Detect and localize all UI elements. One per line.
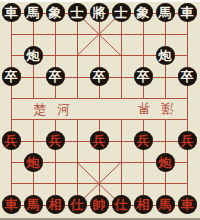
bottom-edge-strip <box>0 218 200 220</box>
board-point-i10[interactable]: 車 <box>176 2 198 23</box>
piece-bC[interactable]: 炮 <box>24 46 43 65</box>
board-point-d5[interactable] <box>66 109 88 130</box>
board-point-a3[interactable] <box>0 152 22 173</box>
board-point-g8[interactable] <box>132 45 154 66</box>
board-point-f2[interactable] <box>110 173 132 194</box>
piece-rC[interactable]: 炮 <box>156 153 175 172</box>
board-point-h8[interactable]: 炮 <box>154 45 176 66</box>
piece-bK[interactable]: 將 <box>90 3 109 22</box>
board-point-f3[interactable] <box>110 152 132 173</box>
board-point-b7[interactable] <box>22 66 44 87</box>
board-point-d2[interactable] <box>66 173 88 194</box>
piece-rB[interactable]: 相 <box>134 195 153 214</box>
board-point-a5[interactable] <box>0 109 22 130</box>
board-point-h6[interactable] <box>154 88 176 109</box>
piece-bP[interactable]: 卒 <box>46 67 65 86</box>
board-point-a2[interactable] <box>0 173 22 194</box>
board-point-f4[interactable] <box>110 130 132 151</box>
piece-rN[interactable]: 馬 <box>24 195 43 214</box>
board-point-c1[interactable]: 相 <box>44 194 66 215</box>
piece-bN[interactable]: 馬 <box>24 3 43 22</box>
board-point-e7[interactable]: 卒 <box>88 66 110 87</box>
piece-rP[interactable]: 兵 <box>2 131 21 150</box>
board-point-f9[interactable] <box>110 24 132 45</box>
board-point-g4[interactable]: 兵 <box>132 130 154 151</box>
piece-bR[interactable]: 車 <box>178 3 197 22</box>
board-point-e4[interactable]: 兵 <box>88 130 110 151</box>
piece-rP[interactable]: 兵 <box>90 131 109 150</box>
board-point-f8[interactable] <box>110 45 132 66</box>
board-point-d6[interactable] <box>66 88 88 109</box>
board-point-i2[interactable] <box>176 173 198 194</box>
board-point-i4[interactable]: 兵 <box>176 130 198 151</box>
piece-bP[interactable]: 卒 <box>134 67 153 86</box>
piece-bP[interactable]: 卒 <box>2 67 21 86</box>
board-point-d1[interactable]: 仕 <box>66 194 88 215</box>
board-point-h4[interactable] <box>154 130 176 151</box>
board-point-e9[interactable] <box>88 24 110 45</box>
piece-rP[interactable]: 兵 <box>134 131 153 150</box>
board-point-d10[interactable]: 士 <box>66 2 88 23</box>
board-point-c5[interactable] <box>44 109 66 130</box>
board-point-g9[interactable] <box>132 24 154 45</box>
piece-bB[interactable]: 象 <box>134 3 153 22</box>
board-point-i8[interactable] <box>176 45 198 66</box>
board-point-a4[interactable]: 兵 <box>0 130 22 151</box>
board-point-h10[interactable]: 馬 <box>154 2 176 23</box>
board-point-h5[interactable] <box>154 109 176 130</box>
board-point-h7[interactable] <box>154 66 176 87</box>
board-point-i9[interactable] <box>176 24 198 45</box>
board-point-h1[interactable]: 馬 <box>154 194 176 215</box>
board-point-i7[interactable]: 卒 <box>176 66 198 87</box>
piece-rA[interactable]: 仕 <box>68 195 87 214</box>
board-point-b8[interactable]: 炮 <box>22 45 44 66</box>
piece-rC[interactable]: 炮 <box>24 153 43 172</box>
board-point-c10[interactable]: 象 <box>44 2 66 23</box>
piece-rP[interactable]: 兵 <box>178 131 197 150</box>
piece-bC[interactable]: 炮 <box>156 46 175 65</box>
piece-bN[interactable]: 馬 <box>156 3 175 22</box>
board-point-h3[interactable]: 炮 <box>154 152 176 173</box>
board-point-g7[interactable]: 卒 <box>132 66 154 87</box>
board-point-i3[interactable] <box>176 152 198 173</box>
board-point-g3[interactable] <box>132 152 154 173</box>
board-point-h9[interactable] <box>154 24 176 45</box>
piece-bA[interactable]: 士 <box>68 3 87 22</box>
board-point-f5[interactable] <box>110 109 132 130</box>
board-point-a8[interactable] <box>0 45 22 66</box>
board-point-a10[interactable]: 車 <box>0 2 22 23</box>
piece-rK[interactable]: 帥 <box>90 195 109 214</box>
piece-rA[interactable]: 仕 <box>112 195 131 214</box>
board-point-b6[interactable] <box>22 88 44 109</box>
board-point-a7[interactable]: 卒 <box>0 66 22 87</box>
board-point-d3[interactable] <box>66 152 88 173</box>
board-point-i6[interactable] <box>176 88 198 109</box>
board-point-d9[interactable] <box>66 24 88 45</box>
piece-rR[interactable]: 車 <box>178 195 197 214</box>
board-point-b3[interactable]: 炮 <box>22 152 44 173</box>
board-point-b4[interactable] <box>22 130 44 151</box>
board-point-c4[interactable]: 兵 <box>44 130 66 151</box>
board-point-g5[interactable] <box>132 109 154 130</box>
board-point-b1[interactable]: 馬 <box>22 194 44 215</box>
board-point-b2[interactable] <box>22 173 44 194</box>
board-point-e6[interactable] <box>88 88 110 109</box>
board-point-e3[interactable] <box>88 152 110 173</box>
board-point-a1[interactable]: 車 <box>0 194 22 215</box>
board-point-f10[interactable]: 士 <box>110 2 132 23</box>
board-point-c6[interactable] <box>44 88 66 109</box>
piece-bP[interactable]: 卒 <box>178 67 197 86</box>
piece-grid: 車馬象士將士象馬車炮炮卒卒卒卒卒兵兵兵兵兵炮炮車馬相仕帥仕相馬車 <box>0 2 198 215</box>
board-point-g2[interactable] <box>132 173 154 194</box>
board-point-e1[interactable]: 帥 <box>88 194 110 215</box>
board-point-c7[interactable]: 卒 <box>44 66 66 87</box>
board-point-e5[interactable] <box>88 109 110 130</box>
board-point-i5[interactable] <box>176 109 198 130</box>
piece-rP[interactable]: 兵 <box>46 131 65 150</box>
board-point-i1[interactable]: 車 <box>176 194 198 215</box>
board-point-b5[interactable] <box>22 109 44 130</box>
piece-rR[interactable]: 車 <box>2 195 21 214</box>
board-point-d8[interactable] <box>66 45 88 66</box>
piece-bP[interactable]: 卒 <box>90 67 109 86</box>
board-point-f6[interactable] <box>110 88 132 109</box>
board-point-e2[interactable] <box>88 173 110 194</box>
board-point-b10[interactable]: 馬 <box>22 2 44 23</box>
board-point-a9[interactable] <box>0 24 22 45</box>
board-point-b9[interactable] <box>22 24 44 45</box>
xiangqi-board: 楚河 漢界 車馬象士將士象馬車炮炮卒卒卒卒卒兵兵兵兵兵炮炮車馬相仕帥仕相馬車 <box>0 0 200 220</box>
board-point-c8[interactable] <box>44 45 66 66</box>
board-point-c2[interactable] <box>44 173 66 194</box>
board-point-e10[interactable]: 將 <box>88 2 110 23</box>
board-point-c9[interactable] <box>44 24 66 45</box>
board-point-f7[interactable] <box>110 66 132 87</box>
board-point-e8[interactable] <box>88 45 110 66</box>
board-point-d7[interactable] <box>66 66 88 87</box>
board-point-g1[interactable]: 相 <box>132 194 154 215</box>
piece-bB[interactable]: 象 <box>46 3 65 22</box>
board-point-h2[interactable] <box>154 173 176 194</box>
board-point-g10[interactable]: 象 <box>132 2 154 23</box>
piece-rN[interactable]: 馬 <box>156 195 175 214</box>
board-point-g6[interactable] <box>132 88 154 109</box>
board-point-a6[interactable] <box>0 88 22 109</box>
piece-bA[interactable]: 士 <box>112 3 131 22</box>
piece-bR[interactable]: 車 <box>2 3 21 22</box>
piece-rB[interactable]: 相 <box>46 195 65 214</box>
board-point-c3[interactable] <box>44 152 66 173</box>
board-point-f1[interactable]: 仕 <box>110 194 132 215</box>
board-point-d4[interactable] <box>66 130 88 151</box>
